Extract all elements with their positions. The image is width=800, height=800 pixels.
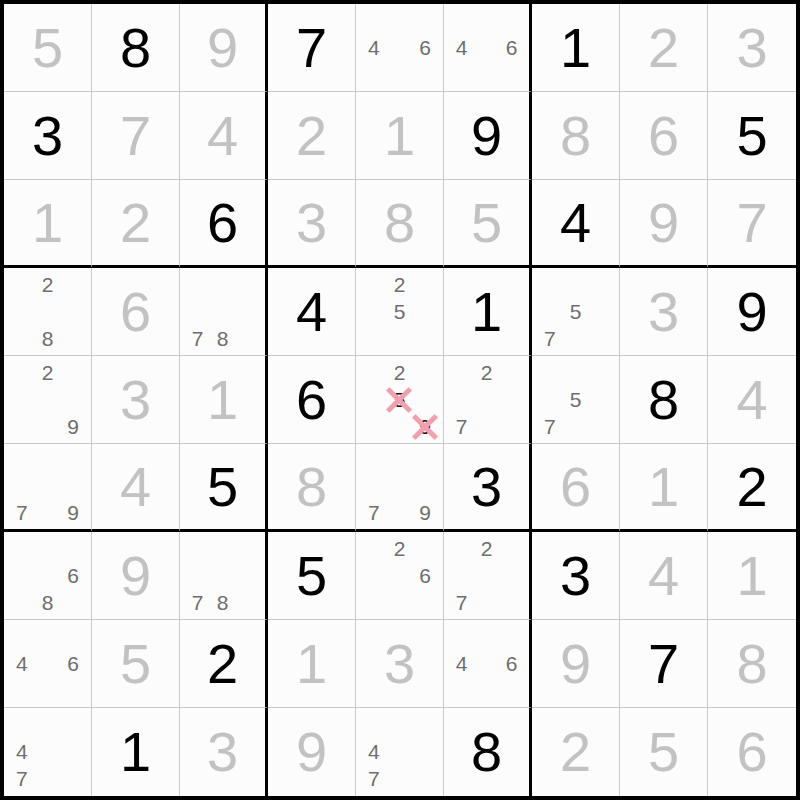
cell-r6c1[interactable]: 79 — [4, 444, 92, 532]
solved-digit: 6 — [648, 108, 679, 164]
candidate-slot — [235, 298, 260, 325]
candidate-digit[interactable]: 2 — [387, 359, 413, 386]
given-digit: 1 — [560, 20, 591, 76]
candidate-slot — [412, 738, 438, 765]
cell-r4c1[interactable]: 28 — [4, 268, 92, 356]
candidate-slot — [387, 473, 413, 499]
candidate-slot — [412, 535, 438, 562]
solved-digit: 6 — [120, 284, 151, 340]
candidate-slot — [588, 325, 614, 352]
solved-digit: 9 — [120, 548, 151, 604]
solved-digit: 9 — [296, 724, 327, 780]
candidate-digit[interactable]: 7 — [361, 766, 387, 793]
cell-r1c3[interactable]: 9 — [180, 4, 268, 92]
cell-r4c5[interactable]: 25 — [356, 268, 444, 356]
candidate-grid: 79 — [356, 444, 443, 529]
candidate-slot — [449, 386, 474, 413]
candidate-slot — [499, 677, 524, 704]
candidate-slot — [588, 271, 614, 298]
candidate-grid: 259 — [356, 356, 443, 443]
candidate-digit[interactable]: 2 — [474, 359, 499, 386]
cell-r1c8[interactable]: 2 — [620, 4, 708, 92]
candidate-slot — [35, 650, 61, 677]
candidate-slot — [361, 711, 387, 738]
cell-r2c8[interactable]: 6 — [620, 92, 708, 180]
cell-r6c3[interactable]: 5 — [180, 444, 268, 532]
candidate-digit[interactable]: 7 — [361, 500, 387, 526]
candidate-slot — [499, 7, 524, 34]
cell-r5c4[interactable]: 6 — [268, 356, 356, 444]
cell-r5c3[interactable]: 1 — [180, 356, 268, 444]
cell-r9c3[interactable]: 3 — [180, 708, 268, 796]
solved-digit: 4 — [648, 548, 679, 604]
given-digit: 8 — [648, 372, 679, 428]
cell-r9c8[interactable]: 5 — [620, 708, 708, 796]
candidate-grid: 47 — [356, 708, 443, 796]
candidate-slot — [9, 271, 35, 298]
candidate-slot — [361, 473, 387, 499]
candidate-slot — [361, 562, 387, 589]
candidate-grid: 27 — [444, 356, 529, 443]
solved-digit: 3 — [207, 724, 238, 780]
solved-digit: 7 — [736, 195, 767, 251]
candidate-grid: 46 — [444, 620, 529, 707]
candidate-digit[interactable]: 7 — [537, 325, 563, 352]
candidate-digit[interactable]: 4 — [361, 738, 387, 765]
cell-r5c9[interactable]: 4 — [708, 356, 796, 444]
candidate-slot — [563, 271, 589, 298]
candidate-slot — [387, 738, 413, 765]
candidate-digit[interactable]: 4 — [9, 650, 35, 677]
cell-r4c3[interactable]: 78 — [180, 268, 268, 356]
cell-r7c5[interactable]: 26 — [356, 532, 444, 620]
cell-r6c8[interactable]: 1 — [620, 444, 708, 532]
candidate-slot — [235, 562, 260, 589]
cell-r6c9[interactable]: 2 — [708, 444, 796, 532]
solved-digit: 8 — [560, 108, 591, 164]
candidate-digit[interactable]: 6 — [60, 650, 86, 677]
candidate-slot — [449, 359, 474, 386]
candidate-slot — [361, 447, 387, 473]
candidate-digit[interactable]: 7 — [9, 766, 35, 793]
cell-r9c5[interactable]: 47 — [356, 708, 444, 796]
solved-digit: 3 — [296, 195, 327, 251]
cell-r4c8[interactable]: 3 — [620, 268, 708, 356]
candidate-slot — [9, 413, 35, 440]
candidate-grid: 25 — [356, 268, 443, 355]
candidate-slot — [60, 623, 86, 650]
cell-r5c6[interactable]: 27 — [444, 356, 532, 444]
candidate-slot — [60, 473, 86, 499]
given-digit: 5 — [296, 548, 327, 604]
candidate-slot — [60, 766, 86, 793]
candidate-x-icon — [412, 413, 438, 440]
given-digit: 2 — [736, 459, 767, 515]
candidate-digit[interactable]: 7 — [185, 589, 210, 616]
cell-r8c1[interactable]: 46 — [4, 620, 92, 708]
solved-digit: 1 — [384, 108, 415, 164]
cell-r1c9[interactable]: 3 — [708, 4, 796, 92]
candidate-slot — [474, 623, 499, 650]
candidate-digit[interactable]: 5 — [387, 386, 413, 413]
candidate-slot — [387, 325, 413, 352]
solved-digit: 9 — [560, 636, 591, 692]
candidate-digit[interactable]: 8 — [35, 325, 61, 352]
candidate-slot — [387, 711, 413, 738]
given-digit: 5 — [736, 108, 767, 164]
cell-r6c5[interactable]: 79 — [356, 444, 444, 532]
candidate-digit[interactable]: 9 — [412, 500, 438, 526]
candidate-slot — [412, 386, 438, 413]
cell-r1c6[interactable]: 46 — [444, 4, 532, 92]
given-digit: 3 — [32, 108, 63, 164]
candidate-slot — [449, 7, 474, 34]
candidate-slot — [499, 535, 524, 562]
candidate-digit[interactable]: 4 — [361, 34, 387, 61]
given-digit: 1 — [471, 284, 502, 340]
cell-r8c5[interactable]: 3 — [356, 620, 444, 708]
candidate-slot — [361, 7, 387, 34]
cell-r6c7[interactable]: 6 — [532, 444, 620, 532]
candidate-slot — [235, 535, 260, 562]
cell-r8c6[interactable]: 46 — [444, 620, 532, 708]
candidate-grid: 57 — [532, 268, 619, 355]
candidate-digit[interactable]: 6 — [60, 562, 86, 589]
candidate-slot — [499, 623, 524, 650]
candidate-slot — [537, 359, 563, 386]
given-digit: 1 — [120, 724, 151, 780]
cell-r7c2[interactable]: 9 — [92, 532, 180, 620]
candidate-slot — [9, 298, 35, 325]
candidate-slot — [499, 61, 524, 88]
candidate-slot — [563, 325, 589, 352]
given-digit: 2 — [207, 636, 238, 692]
candidate-slot — [35, 473, 61, 499]
candidate-grid: 78 — [180, 532, 265, 619]
cell-r3c3[interactable]: 6 — [180, 180, 268, 268]
candidate-digit[interactable]: 2 — [474, 535, 499, 562]
solved-digit: 1 — [296, 636, 327, 692]
candidate-digit[interactable]: 2 — [387, 535, 413, 562]
candidate-slot — [210, 535, 235, 562]
cell-r4c4[interactable]: 4 — [268, 268, 356, 356]
candidate-slot — [35, 386, 61, 413]
candidate-digit[interactable]: 4 — [9, 738, 35, 765]
candidate-grid: 27 — [444, 532, 529, 619]
candidate-slot — [235, 589, 260, 616]
solved-digit: 3 — [384, 636, 415, 692]
candidate-slot — [9, 535, 35, 562]
candidate-slot — [588, 413, 614, 440]
candidate-slot — [412, 7, 438, 34]
candidate-slot — [60, 535, 86, 562]
solved-digit: 8 — [384, 195, 415, 251]
cell-r7c4[interactable]: 5 — [268, 532, 356, 620]
candidate-digit[interactable]: 2 — [35, 359, 61, 386]
cell-r9c1[interactable]: 47 — [4, 708, 92, 796]
candidate-digit[interactable]: 8 — [35, 589, 61, 616]
candidate-slot — [35, 766, 61, 793]
candidate-slot — [35, 500, 61, 526]
cell-r7c7[interactable]: 3 — [532, 532, 620, 620]
cell-r6c4[interactable]: 8 — [268, 444, 356, 532]
cell-r4c7[interactable]: 57 — [532, 268, 620, 356]
candidate-slot — [60, 589, 86, 616]
cell-r8c3[interactable]: 2 — [180, 620, 268, 708]
candidate-slot — [499, 359, 524, 386]
candidate-slot — [499, 386, 524, 413]
candidate-slot — [474, 413, 499, 440]
cell-r3c2[interactable]: 2 — [92, 180, 180, 268]
candidate-digit[interactable]: 5 — [563, 298, 589, 325]
cell-r7c6[interactable]: 27 — [444, 532, 532, 620]
cell-r8c7[interactable]: 9 — [532, 620, 620, 708]
candidate-slot — [9, 677, 35, 704]
candidate-digit[interactable]: 6 — [499, 650, 524, 677]
solved-digit: 5 — [648, 724, 679, 780]
cell-r6c6[interactable]: 3 — [444, 444, 532, 532]
candidate-slot — [387, 7, 413, 34]
solved-digit: 6 — [560, 459, 591, 515]
candidate-slot — [185, 271, 210, 298]
candidate-slot — [412, 359, 438, 386]
cell-r4c9[interactable]: 9 — [708, 268, 796, 356]
cell-r7c1[interactable]: 68 — [4, 532, 92, 620]
candidate-slot — [185, 562, 210, 589]
candidate-slot — [387, 562, 413, 589]
candidate-slot — [35, 711, 61, 738]
solved-digit: 3 — [648, 284, 679, 340]
cell-r3c6[interactable]: 5 — [444, 180, 532, 268]
candidate-digit[interactable]: 7 — [185, 325, 210, 352]
solved-digit: 2 — [120, 195, 151, 251]
candidate-slot — [474, 650, 499, 677]
cell-r5c5[interactable]: 259 — [356, 356, 444, 444]
given-digit: 7 — [648, 636, 679, 692]
candidate-slot — [9, 589, 35, 616]
candidate-digit[interactable]: 9 — [412, 413, 438, 440]
candidate-digit[interactable]: 5 — [563, 386, 589, 413]
cell-r9c6[interactable]: 8 — [444, 708, 532, 796]
candidate-digit[interactable]: 4 — [449, 650, 474, 677]
candidate-slot — [474, 677, 499, 704]
cell-r5c1[interactable]: 29 — [4, 356, 92, 444]
candidate-grid: 57 — [532, 356, 619, 443]
solved-digit: 3 — [736, 20, 767, 76]
solved-digit: 1 — [32, 195, 63, 251]
candidate-slot — [35, 738, 61, 765]
candidate-slot — [387, 34, 413, 61]
candidate-slot — [9, 711, 35, 738]
candidate-slot — [449, 562, 474, 589]
candidate-digit[interactable]: 9 — [60, 500, 86, 526]
cell-r1c2[interactable]: 8 — [92, 4, 180, 92]
cell-r5c7[interactable]: 57 — [532, 356, 620, 444]
candidate-slot — [60, 447, 86, 473]
solved-digit: 8 — [736, 636, 767, 692]
candidate-slot — [499, 413, 524, 440]
given-digit: 9 — [736, 284, 767, 340]
cell-r2c4[interactable]: 2 — [268, 92, 356, 180]
solved-digit: 4 — [736, 372, 767, 428]
candidate-slot — [60, 677, 86, 704]
given-digit: 8 — [471, 724, 502, 780]
candidate-slot — [9, 473, 35, 499]
given-digit: 3 — [560, 548, 591, 604]
cell-r2c5[interactable]: 1 — [356, 92, 444, 180]
candidate-slot — [361, 535, 387, 562]
cell-r8c2[interactable]: 5 — [92, 620, 180, 708]
cell-r2c3[interactable]: 4 — [180, 92, 268, 180]
candidate-slot — [412, 447, 438, 473]
candidate-digit[interactable]: 7 — [449, 589, 474, 616]
candidate-digit[interactable]: 6 — [412, 34, 438, 61]
cell-r2c6[interactable]: 9 — [444, 92, 532, 180]
cell-r6c2[interactable]: 4 — [92, 444, 180, 532]
given-digit: 5 — [207, 459, 238, 515]
cell-r3c9[interactable]: 7 — [708, 180, 796, 268]
cell-r3c4[interactable]: 3 — [268, 180, 356, 268]
candidate-slot — [60, 738, 86, 765]
cell-r5c8[interactable]: 8 — [620, 356, 708, 444]
candidate-digit[interactable]: 5 — [387, 298, 413, 325]
sudoku-board: 5897464612337421986512638549728678425157… — [0, 0, 800, 800]
cell-r4c6[interactable]: 1 — [444, 268, 532, 356]
candidate-slot — [9, 359, 35, 386]
candidate-digit[interactable]: 7 — [9, 500, 35, 526]
cell-r1c4[interactable]: 7 — [268, 4, 356, 92]
candidate-slot — [35, 413, 61, 440]
candidate-grid: 47 — [4, 708, 91, 796]
cell-r1c1[interactable]: 5 — [4, 4, 92, 92]
candidate-slot — [387, 447, 413, 473]
candidate-slot — [499, 562, 524, 589]
candidate-slot — [9, 386, 35, 413]
candidate-slot — [537, 271, 563, 298]
cell-r4c2[interactable]: 6 — [92, 268, 180, 356]
solved-digit: 2 — [648, 20, 679, 76]
candidate-grid: 46 — [356, 4, 443, 91]
solved-digit: 1 — [207, 372, 238, 428]
candidate-slot — [537, 386, 563, 413]
cell-r9c4[interactable]: 9 — [268, 708, 356, 796]
cell-r7c8[interactable]: 4 — [620, 532, 708, 620]
candidate-slot — [210, 562, 235, 589]
candidate-slot — [60, 298, 86, 325]
candidate-digit[interactable]: 7 — [537, 413, 563, 440]
given-digit: 6 — [296, 372, 327, 428]
cell-r2c1[interactable]: 3 — [4, 92, 92, 180]
cell-r8c9[interactable]: 8 — [708, 620, 796, 708]
candidate-digit[interactable]: 8 — [210, 325, 235, 352]
candidate-grid: 26 — [356, 532, 443, 619]
candidate-slot — [35, 623, 61, 650]
candidate-digit[interactable]: 2 — [387, 271, 413, 298]
candidate-digit[interactable]: 9 — [60, 413, 86, 440]
cell-r8c4[interactable]: 1 — [268, 620, 356, 708]
cell-r7c9[interactable]: 1 — [708, 532, 796, 620]
candidate-slot — [9, 623, 35, 650]
cell-r2c2[interactable]: 7 — [92, 92, 180, 180]
solved-digit: 1 — [648, 459, 679, 515]
candidate-slot — [412, 589, 438, 616]
candidate-grid: 46 — [4, 620, 91, 707]
given-digit: 3 — [471, 459, 502, 515]
cell-r9c7[interactable]: 2 — [532, 708, 620, 796]
given-digit: 4 — [560, 195, 591, 251]
cell-r2c9[interactable]: 5 — [708, 92, 796, 180]
cell-r3c1[interactable]: 1 — [4, 180, 92, 268]
cell-r5c2[interactable]: 3 — [92, 356, 180, 444]
solved-digit: 8 — [296, 459, 327, 515]
solved-digit: 2 — [560, 724, 591, 780]
candidate-digit[interactable]: 6 — [499, 34, 524, 61]
candidate-slot — [412, 711, 438, 738]
candidate-slot — [387, 413, 413, 440]
candidate-slot — [449, 535, 474, 562]
candidate-slot — [412, 766, 438, 793]
cell-r7c3[interactable]: 78 — [180, 532, 268, 620]
candidate-digit[interactable]: 6 — [412, 562, 438, 589]
candidate-slot — [387, 61, 413, 88]
cell-r2c7[interactable]: 8 — [532, 92, 620, 180]
candidate-slot — [474, 34, 499, 61]
candidate-slot — [35, 562, 61, 589]
solved-digit: 5 — [32, 20, 63, 76]
candidate-slot — [412, 473, 438, 499]
candidate-slot — [235, 325, 260, 352]
candidate-digit[interactable]: 7 — [449, 413, 474, 440]
cell-r3c7[interactable]: 4 — [532, 180, 620, 268]
candidate-slot — [474, 589, 499, 616]
candidate-slot — [361, 589, 387, 616]
candidate-slot — [185, 535, 210, 562]
candidate-slot — [387, 500, 413, 526]
cell-r9c9[interactable]: 6 — [708, 708, 796, 796]
candidate-slot — [474, 7, 499, 34]
candidate-slot — [9, 325, 35, 352]
solved-digit: 3 — [120, 372, 151, 428]
candidate-slot — [387, 589, 413, 616]
candidate-slot — [60, 386, 86, 413]
solved-digit: 6 — [736, 724, 767, 780]
solved-digit: 5 — [471, 195, 502, 251]
cell-r3c5[interactable]: 8 — [356, 180, 444, 268]
solved-digit: 4 — [120, 459, 151, 515]
cell-r1c5[interactable]: 46 — [356, 4, 444, 92]
given-digit: 4 — [296, 284, 327, 340]
cell-r8c8[interactable]: 7 — [620, 620, 708, 708]
cell-r3c8[interactable]: 9 — [620, 180, 708, 268]
candidate-slot — [9, 447, 35, 473]
candidate-digit[interactable]: 4 — [449, 34, 474, 61]
candidate-digit[interactable]: 8 — [210, 589, 235, 616]
cell-r1c7[interactable]: 1 — [532, 4, 620, 92]
candidate-slot — [35, 298, 61, 325]
candidate-slot — [563, 359, 589, 386]
candidate-slot — [588, 359, 614, 386]
candidate-slot — [35, 535, 61, 562]
candidate-digit[interactable]: 2 — [35, 271, 61, 298]
candidate-slot — [361, 325, 387, 352]
cell-r9c2[interactable]: 1 — [92, 708, 180, 796]
candidate-slot — [361, 298, 387, 325]
candidate-slot — [210, 271, 235, 298]
candidate-slot — [412, 271, 438, 298]
solved-digit: 2 — [296, 108, 327, 164]
candidate-slot — [499, 589, 524, 616]
candidate-slot — [235, 271, 260, 298]
